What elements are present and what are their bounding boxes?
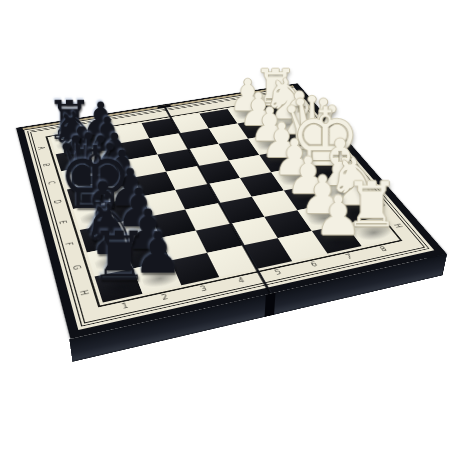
file-label-left: H <box>78 289 88 295</box>
rank-label-near: 3 <box>200 286 208 293</box>
file-label-left: F <box>63 242 72 247</box>
board-border-band: ♜♟♟♜♞♟♟♞♝♟♟♝♛♟♟♛♚♟♟♚♝♟♟♝♞♟♟♞♜♟♟♜ ABCDEFG… <box>24 87 434 330</box>
file-label-left: A <box>36 146 44 150</box>
black-rook[interactable]: ♜ <box>89 225 149 289</box>
rank-label-near: 4 <box>237 278 246 285</box>
rank-label-near: 6 <box>310 262 319 269</box>
rank-label-near: 7 <box>345 254 354 260</box>
rank-label-near: 8 <box>379 246 388 252</box>
chess-board: ♜♟♟♜♞♟♟♞♝♟♟♝♛♟♟♛♚♟♟♚♝♟♟♝♞♟♟♞♜♟♟♜ ABCDEFG… <box>16 83 446 339</box>
file-label-left: B <box>41 163 49 167</box>
square-h8[interactable]: ♜ <box>95 268 143 302</box>
file-label-left: E <box>57 220 66 225</box>
square-h4[interactable] <box>243 238 292 269</box>
rank-label-near: 1 <box>121 303 129 311</box>
rank-label-near: 5 <box>274 269 283 276</box>
file-label-left: G <box>70 264 80 270</box>
rank-label-near: 2 <box>161 294 169 301</box>
board-frame-top: ♜♟♟♜♞♟♟♞♝♟♟♝♛♟♟♛♚♟♟♚♝♟♟♝♞♟♟♞♜♟♟♜ ABCDEFG… <box>16 83 446 339</box>
white-pawn[interactable]: ♟ <box>314 190 362 242</box>
board-grid: ♜♟♟♜♞♟♟♞♝♟♟♝♛♟♟♛♚♟♟♚♝♟♟♝♞♟♟♞♜♟♟♜ <box>51 100 396 302</box>
chess-set-photo: ♜♟♟♜♞♟♟♞♝♟♟♝♛♟♟♛♚♟♟♚♝♟♟♝♞♟♟♞♜♟♟♜ ABCDEFG… <box>0 0 450 450</box>
